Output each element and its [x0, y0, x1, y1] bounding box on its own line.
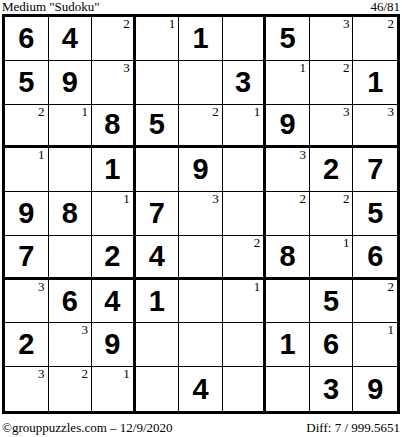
pencil-mark: 3 [38, 366, 45, 381]
cell-r9c7[interactable] [266, 367, 310, 411]
cell-r9c6[interactable] [223, 367, 267, 411]
cell-r2c7[interactable]: 1 [266, 61, 310, 105]
pencil-mark: 2 [343, 60, 350, 75]
cell-r9c8[interactable]: 3 [310, 367, 354, 411]
cell-r2c8[interactable]: 2 [310, 61, 354, 105]
cell-value: 4 [104, 287, 120, 316]
pencil-mark: 3 [123, 60, 130, 75]
cell-r3c8[interactable]: 3 [310, 105, 354, 149]
cell-r9c9[interactable]: 9 [353, 367, 397, 411]
pencil-mark: 2 [299, 191, 306, 206]
cell-r1c5[interactable]: 1 [179, 17, 223, 61]
cell-r3c2[interactable]: 1 [49, 105, 93, 149]
cell-r5c4[interactable]: 7 [136, 192, 180, 236]
cell-r7c5[interactable] [179, 280, 223, 324]
cell-value: 5 [367, 199, 383, 228]
cell-r2c3[interactable]: 3 [92, 61, 136, 105]
cell-r7c3[interactable]: 4 [92, 280, 136, 324]
cell-value: 9 [104, 330, 120, 359]
cell-r4c5[interactable]: 9 [179, 148, 223, 192]
cells-remaining-counter: 46/81 [370, 0, 400, 14]
cell-value: 1 [280, 330, 296, 359]
pencil-mark: 2 [388, 279, 395, 294]
sudoku-board: 6421153259331212185219331193279817322572… [2, 14, 400, 414]
cell-r5c7[interactable]: 2 [266, 192, 310, 236]
pencil-mark: 2 [343, 191, 350, 206]
cell-value: 9 [280, 110, 296, 139]
cell-r4c3[interactable]: 1 [92, 148, 136, 192]
cell-r9c4[interactable] [136, 367, 180, 411]
cell-r4c8[interactable]: 2 [310, 148, 354, 192]
cell-r6c2[interactable] [49, 236, 93, 280]
cell-r4c7[interactable]: 3 [266, 148, 310, 192]
cell-r2c5[interactable] [179, 61, 223, 105]
cell-r4c1[interactable]: 1 [5, 148, 49, 192]
cell-r3c4[interactable]: 5 [136, 105, 180, 149]
cell-r1c1[interactable]: 6 [5, 17, 49, 61]
cell-value: 4 [62, 24, 78, 53]
cell-r6c7[interactable]: 8 [266, 236, 310, 280]
cell-r5c8[interactable]: 2 [310, 192, 354, 236]
pencil-mark: 1 [38, 147, 45, 162]
cell-value: 8 [62, 199, 78, 228]
cell-r2c4[interactable] [136, 61, 180, 105]
page-footer: ©grouppuzzles.com – 12/9/2020 Diff: 7 / … [0, 414, 402, 437]
cell-r6c8[interactable]: 1 [310, 236, 354, 280]
cell-value: 5 [149, 110, 165, 139]
cell-r8c1[interactable]: 2 [5, 323, 49, 367]
cell-r7c1[interactable]: 3 [5, 280, 49, 324]
cell-r8c3[interactable]: 9 [92, 323, 136, 367]
puzzle-title: Medium "Sudoku" [2, 0, 100, 14]
pencil-mark: 1 [169, 16, 176, 31]
cell-r3c6[interactable]: 1 [223, 105, 267, 149]
cell-r8c2[interactable]: 3 [49, 323, 93, 367]
cell-r8c9[interactable]: 1 [353, 323, 397, 367]
cell-value: 2 [18, 330, 34, 359]
cell-value: 7 [367, 155, 383, 184]
cell-value: 8 [104, 110, 120, 139]
cell-r5c6[interactable] [223, 192, 267, 236]
cell-value: 6 [367, 242, 383, 271]
cell-r9c3[interactable]: 1 [92, 367, 136, 411]
cell-r5c3[interactable]: 1 [92, 192, 136, 236]
cell-r5c5[interactable]: 3 [179, 192, 223, 236]
pencil-mark: 1 [254, 104, 261, 119]
pencil-mark: 1 [388, 322, 395, 337]
cell-value: 1 [104, 155, 120, 184]
difficulty-text: Diff: 7 / 999.5651 [306, 420, 400, 436]
cell-r3c3[interactable]: 8 [92, 105, 136, 149]
cell-value: 7 [149, 199, 165, 228]
cell-r1c4[interactable]: 1 [136, 17, 180, 61]
cell-r6c3[interactable]: 2 [92, 236, 136, 280]
cell-value: 6 [62, 287, 78, 316]
pencil-mark: 2 [388, 16, 395, 31]
pencil-mark: 1 [123, 191, 130, 206]
pencil-mark: 2 [82, 366, 89, 381]
cell-value: 9 [62, 68, 78, 97]
cell-r6c5[interactable] [179, 236, 223, 280]
cell-value: 2 [104, 242, 120, 271]
pencil-mark: 3 [299, 147, 306, 162]
pencil-mark: 1 [82, 104, 89, 119]
cell-r3c5[interactable]: 2 [179, 105, 223, 149]
cell-r4c9[interactable]: 7 [353, 148, 397, 192]
cell-value: 9 [18, 199, 34, 228]
cell-value: 1 [367, 68, 383, 97]
cell-r9c5[interactable]: 4 [179, 367, 223, 411]
pencil-mark: 3 [343, 16, 350, 31]
cell-r8c8[interactable]: 6 [310, 323, 354, 367]
pencil-mark: 2 [212, 104, 219, 119]
cell-r6c4[interactable]: 4 [136, 236, 180, 280]
pencil-mark: 2 [254, 235, 261, 250]
cell-value: 2 [323, 155, 339, 184]
cell-r3c7[interactable]: 9 [266, 105, 310, 149]
cell-value: 5 [18, 68, 34, 97]
cell-value: 9 [192, 155, 208, 184]
cell-r2c9[interactable]: 1 [353, 61, 397, 105]
pencil-mark: 1 [299, 60, 306, 75]
cell-r7c9[interactable]: 2 [353, 280, 397, 324]
cell-r2c2[interactable]: 9 [49, 61, 93, 105]
cell-value: 7 [18, 242, 34, 271]
pencil-mark: 1 [123, 366, 130, 381]
cell-r3c1[interactable]: 2 [5, 105, 49, 149]
cell-r9c2[interactable]: 2 [49, 367, 93, 411]
cell-r7c4[interactable]: 1 [136, 280, 180, 324]
pencil-mark: 1 [343, 235, 350, 250]
cell-r6c1[interactable]: 7 [5, 236, 49, 280]
cell-r1c3[interactable]: 2 [92, 17, 136, 61]
sudoku-page: Medium "Sudoku" 46/81 642115325933121218… [0, 0, 402, 437]
cell-r2c6[interactable]: 3 [223, 61, 267, 105]
cell-value: 1 [149, 287, 165, 316]
cell-value: 9 [367, 375, 383, 404]
cell-r7c6[interactable]: 1 [223, 280, 267, 324]
pencil-mark: 3 [212, 191, 219, 206]
cell-r8c4[interactable] [136, 323, 180, 367]
cell-value: 4 [192, 375, 208, 404]
cell-value: 4 [149, 242, 165, 271]
pencil-mark: 2 [123, 16, 130, 31]
cell-r6c9[interactable]: 6 [353, 236, 397, 280]
cell-value: 1 [192, 24, 208, 53]
cell-r7c2[interactable]: 6 [49, 280, 93, 324]
cell-r4c6[interactable] [223, 148, 267, 192]
cell-r1c9[interactable]: 2 [353, 17, 397, 61]
pencil-mark: 3 [388, 104, 395, 119]
cell-value: 5 [280, 24, 296, 53]
cell-r7c7[interactable] [266, 280, 310, 324]
cell-value: 3 [323, 375, 339, 404]
cell-r1c6[interactable] [223, 17, 267, 61]
pencil-mark: 3 [343, 104, 350, 119]
cell-r1c2[interactable]: 4 [49, 17, 93, 61]
cell-r4c2[interactable] [49, 148, 93, 192]
cell-value: 6 [18, 24, 34, 53]
pencil-mark: 2 [38, 104, 45, 119]
page-header: Medium "Sudoku" 46/81 [0, 0, 402, 14]
cell-value: 8 [280, 242, 296, 271]
cell-r8c7[interactable]: 1 [266, 323, 310, 367]
cell-value: 6 [323, 330, 339, 359]
copyright-text: ©grouppuzzles.com – 12/9/2020 [2, 420, 173, 436]
cell-r2c1[interactable]: 5 [5, 61, 49, 105]
cell-value: 5 [323, 287, 339, 316]
cell-value: 3 [235, 68, 251, 97]
cell-r5c2[interactable]: 8 [49, 192, 93, 236]
cell-r4c4[interactable] [136, 148, 180, 192]
cell-r8c6[interactable] [223, 323, 267, 367]
cell-r9c1[interactable]: 3 [5, 367, 49, 411]
cell-r1c7[interactable]: 5 [266, 17, 310, 61]
pencil-mark: 3 [38, 279, 45, 294]
cell-r5c1[interactable]: 9 [5, 192, 49, 236]
cell-r8c5[interactable] [179, 323, 223, 367]
cell-r6c6[interactable]: 2 [223, 236, 267, 280]
cell-r7c8[interactable]: 5 [310, 280, 354, 324]
pencil-mark: 3 [82, 322, 89, 337]
pencil-mark: 1 [254, 279, 261, 294]
cell-r1c8[interactable]: 3 [310, 17, 354, 61]
cell-r5c9[interactable]: 5 [353, 192, 397, 236]
cell-r3c9[interactable]: 3 [353, 105, 397, 149]
